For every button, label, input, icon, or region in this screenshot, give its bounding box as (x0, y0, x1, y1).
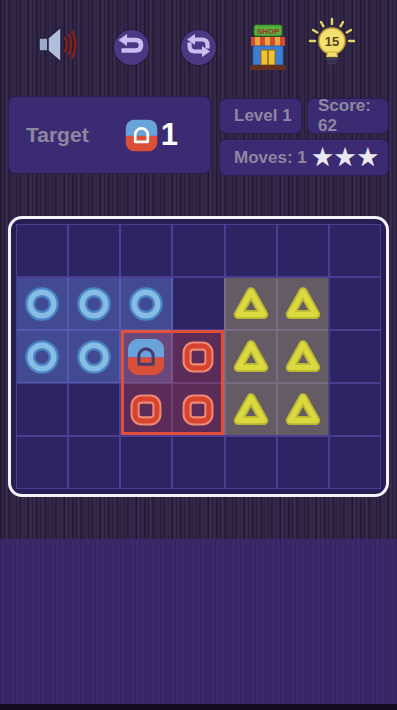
moves-panel: Moves: 1 ★ ★ ★ (219, 139, 389, 176)
cell-r0c6[interactable] (330, 225, 380, 276)
cell-r0c2[interactable] (121, 225, 171, 276)
piece-yellow-triangle[interactable] (231, 337, 271, 377)
piece-yellow-triangle[interactable] (283, 390, 323, 430)
board (8, 216, 389, 497)
cell-r2c5[interactable] (278, 331, 328, 382)
cell-r2c1[interactable] (69, 331, 119, 382)
cell-r0c0[interactable] (17, 225, 67, 276)
piece-blue-circle[interactable] (22, 337, 62, 377)
speaker-icon (34, 24, 80, 70)
moves-label: Moves: 1 (234, 148, 307, 168)
cell-r3c1[interactable] (69, 384, 119, 435)
piece-red-square[interactable] (178, 390, 218, 430)
cell-r4c0[interactable] (17, 437, 67, 488)
cell-r2c4[interactable] (226, 331, 276, 382)
cell-r2c2[interactable] (121, 331, 171, 382)
target-label: Target (26, 123, 89, 147)
cell-r2c6[interactable] (330, 331, 380, 382)
cell-r3c3[interactable] (173, 384, 223, 435)
score-badge: Score: 62 (307, 98, 389, 134)
cell-r4c2[interactable] (121, 437, 171, 488)
stars: ★ ★ ★ (312, 146, 378, 169)
hint-button[interactable]: 15 (306, 17, 358, 79)
piece-blue-circle[interactable] (126, 284, 166, 324)
target-shape-icon (123, 117, 160, 154)
cell-r3c5[interactable] (278, 384, 328, 435)
level-badge: Level 1 (219, 98, 302, 134)
undo-button[interactable] (114, 30, 149, 65)
cell-r3c2[interactable] (121, 384, 171, 435)
cell-r0c1[interactable] (69, 225, 119, 276)
piece-yellow-triangle[interactable] (283, 337, 323, 377)
board-grid (16, 224, 381, 489)
hint-count-text: 15 (325, 34, 339, 49)
shop-sign-text: SHOP (257, 27, 280, 36)
shop-store-icon: SHOP (248, 24, 288, 76)
piece-yellow-triangle[interactable] (231, 390, 271, 430)
undo-arrow-icon (114, 28, 149, 67)
piece-blue-circle[interactable] (74, 284, 114, 324)
star-icon: ★ (312, 146, 333, 169)
restart-button[interactable] (181, 30, 216, 65)
cell-r4c1[interactable] (69, 437, 119, 488)
piece-blue-circle[interactable] (74, 337, 114, 377)
game-screen: SHOP (0, 0, 397, 710)
piece-yellow-triangle[interactable] (231, 284, 271, 324)
cell-r0c3[interactable] (173, 225, 223, 276)
shop-button[interactable]: SHOP (248, 24, 288, 76)
bottom-strip (0, 704, 397, 710)
cell-r3c4[interactable] (226, 384, 276, 435)
cell-r1c6[interactable] (330, 278, 380, 329)
piece-red-square[interactable] (178, 337, 218, 377)
cell-r1c5[interactable] (278, 278, 328, 329)
restart-cycle-icon (181, 28, 216, 67)
target-count: 1 (161, 117, 178, 153)
cell-r4c4[interactable] (226, 437, 276, 488)
cell-r3c6[interactable] (330, 384, 380, 435)
piece-yellow-triangle[interactable] (283, 284, 323, 324)
cell-r3c0[interactable] (17, 384, 67, 435)
piece-special-blue-red-arch-piece[interactable] (125, 336, 167, 378)
cell-r2c3[interactable] (173, 331, 223, 382)
cell-r1c2[interactable] (121, 278, 171, 329)
piece-red-square[interactable] (126, 390, 166, 430)
sound-button[interactable] (34, 24, 80, 70)
lightbulb-hint-icon: 15 (306, 17, 358, 79)
cell-r4c5[interactable] (278, 437, 328, 488)
target-panel: Target 1 (8, 96, 211, 174)
piece-blue-circle[interactable] (22, 284, 62, 324)
star-icon: ★ (357, 146, 378, 169)
cell-r4c6[interactable] (330, 437, 380, 488)
cell-r0c5[interactable] (278, 225, 328, 276)
cell-r1c0[interactable] (17, 278, 67, 329)
cell-r0c4[interactable] (226, 225, 276, 276)
cell-r2c0[interactable] (17, 331, 67, 382)
cell-r1c1[interactable] (69, 278, 119, 329)
cell-r4c3[interactable] (173, 437, 223, 488)
star-icon: ★ (335, 146, 356, 169)
cell-r1c4[interactable] (226, 278, 276, 329)
bottom-panel (0, 539, 397, 704)
cell-r1c3[interactable] (173, 278, 223, 329)
